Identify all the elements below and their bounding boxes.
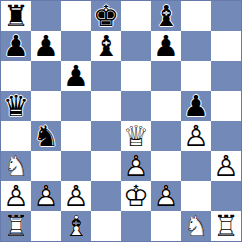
square-b1[interactable] <box>31 211 61 241</box>
piece-black-queen[interactable]: ♛ <box>1 91 31 121</box>
square-g2[interactable] <box>181 181 211 211</box>
piece-black-knight[interactable]: ♞ <box>31 121 61 151</box>
square-h2[interactable] <box>211 181 241 211</box>
piece-white-pawn[interactable]: ♟♙ <box>1 181 31 211</box>
piece-outline: ♘ <box>181 211 211 241</box>
square-g6[interactable] <box>181 61 211 91</box>
piece-fill: ♟ <box>151 181 181 211</box>
piece-fill: ♟ <box>181 121 211 151</box>
square-h1[interactable]: ♜♖ <box>211 211 241 241</box>
square-a4[interactable] <box>1 121 31 151</box>
piece-glyph: ♞ <box>31 121 61 151</box>
square-b4[interactable]: ♞ <box>31 121 61 151</box>
square-g8[interactable] <box>181 1 211 31</box>
square-g5[interactable]: ♟ <box>181 91 211 121</box>
piece-fill: ♟ <box>61 181 91 211</box>
square-d5[interactable] <box>91 91 121 121</box>
piece-black-pawn[interactable]: ♟ <box>31 31 61 61</box>
square-d6[interactable] <box>91 61 121 91</box>
square-d7[interactable]: ♝ <box>91 31 121 61</box>
piece-glyph: ♝ <box>91 31 121 61</box>
square-g4[interactable]: ♟♙ <box>181 121 211 151</box>
square-b5[interactable] <box>31 91 61 121</box>
square-a2[interactable]: ♟♙ <box>1 181 31 211</box>
square-f5[interactable] <box>151 91 181 121</box>
square-b3[interactable] <box>31 151 61 181</box>
piece-glyph: ♚ <box>91 1 121 31</box>
square-c3[interactable] <box>61 151 91 181</box>
square-f2[interactable]: ♟♙ <box>151 181 181 211</box>
piece-white-bishop[interactable]: ♝♗ <box>61 211 91 241</box>
piece-black-rook[interactable]: ♜ <box>1 1 31 31</box>
piece-outline: ♙ <box>211 151 241 181</box>
piece-glyph: ♟ <box>1 31 31 61</box>
square-c1[interactable]: ♝♗ <box>61 211 91 241</box>
piece-outline: ♗ <box>61 211 91 241</box>
piece-black-pawn[interactable]: ♟ <box>1 31 31 61</box>
piece-outline: ♙ <box>181 121 211 151</box>
piece-white-pawn[interactable]: ♟♙ <box>151 181 181 211</box>
piece-glyph: ♜ <box>1 1 31 31</box>
square-a1[interactable]: ♜♖ <box>1 211 31 241</box>
piece-black-king[interactable]: ♚ <box>91 1 121 31</box>
square-e4[interactable]: ♛♕ <box>121 121 151 151</box>
piece-fill: ♜ <box>211 211 241 241</box>
square-b8[interactable] <box>31 1 61 31</box>
square-a5[interactable]: ♛ <box>1 91 31 121</box>
square-d2[interactable] <box>91 181 121 211</box>
piece-glyph: ♛ <box>1 91 31 121</box>
piece-white-knight[interactable]: ♞♘ <box>181 211 211 241</box>
piece-white-pawn[interactable]: ♟♙ <box>31 181 61 211</box>
piece-fill: ♞ <box>1 151 31 181</box>
piece-glyph: ♝ <box>151 1 181 31</box>
square-h3[interactable]: ♟♙ <box>211 151 241 181</box>
square-b2[interactable]: ♟♙ <box>31 181 61 211</box>
square-d8[interactable]: ♚ <box>91 1 121 31</box>
square-f6[interactable] <box>151 61 181 91</box>
piece-fill: ♝ <box>61 211 91 241</box>
piece-fill: ♛ <box>121 121 151 151</box>
piece-outline: ♘ <box>1 151 31 181</box>
square-d1[interactable] <box>91 211 121 241</box>
square-a7[interactable]: ♟ <box>1 31 31 61</box>
square-h7[interactable] <box>211 31 241 61</box>
piece-white-pawn[interactable]: ♟♙ <box>121 151 151 181</box>
piece-outline: ♙ <box>61 181 91 211</box>
square-c4[interactable] <box>61 121 91 151</box>
square-h4[interactable] <box>211 121 241 151</box>
piece-white-king[interactable]: ♚♔ <box>121 181 151 211</box>
square-e6[interactable] <box>121 61 151 91</box>
square-c8[interactable] <box>61 1 91 31</box>
piece-fill: ♟ <box>211 151 241 181</box>
square-d4[interactable] <box>91 121 121 151</box>
piece-outline: ♙ <box>151 181 181 211</box>
piece-white-rook[interactable]: ♜♖ <box>1 211 31 241</box>
piece-white-rook[interactable]: ♜♖ <box>211 211 241 241</box>
piece-black-pawn[interactable]: ♟ <box>61 61 91 91</box>
piece-white-pawn[interactable]: ♟♙ <box>61 181 91 211</box>
piece-fill: ♟ <box>31 181 61 211</box>
square-e5[interactable] <box>121 91 151 121</box>
piece-white-pawn[interactable]: ♟♙ <box>211 151 241 181</box>
piece-black-pawn[interactable]: ♟ <box>151 31 181 61</box>
piece-black-bishop[interactable]: ♝ <box>91 31 121 61</box>
square-e2[interactable]: ♚♔ <box>121 181 151 211</box>
piece-fill: ♟ <box>121 151 151 181</box>
chess-board: ♜♚♝♟♟♝♟♟♛♟♞♛♕♟♙♞♘♟♙♟♙♟♙♟♙♟♙♚♔♟♙♜♖♝♗♞♘♜♖ <box>0 0 242 242</box>
square-h8[interactable] <box>211 1 241 31</box>
piece-white-pawn[interactable]: ♟♙ <box>181 121 211 151</box>
piece-black-pawn[interactable]: ♟ <box>181 91 211 121</box>
square-f7[interactable]: ♟ <box>151 31 181 61</box>
piece-glyph: ♟ <box>151 31 181 61</box>
square-e8[interactable] <box>121 1 151 31</box>
square-h6[interactable] <box>211 61 241 91</box>
square-c5[interactable] <box>61 91 91 121</box>
square-d3[interactable] <box>91 151 121 181</box>
square-a3[interactable]: ♞♘ <box>1 151 31 181</box>
piece-outline: ♙ <box>31 181 61 211</box>
piece-outline: ♖ <box>1 211 31 241</box>
square-f4[interactable] <box>151 121 181 151</box>
square-g1[interactable]: ♞♘ <box>181 211 211 241</box>
piece-fill: ♜ <box>1 211 31 241</box>
piece-outline: ♙ <box>121 151 151 181</box>
square-a6[interactable] <box>1 61 31 91</box>
piece-fill: ♚ <box>121 181 151 211</box>
piece-fill: ♟ <box>1 181 31 211</box>
square-e1[interactable] <box>121 211 151 241</box>
square-e7[interactable] <box>121 31 151 61</box>
square-g7[interactable] <box>181 31 211 61</box>
square-c2[interactable]: ♟♙ <box>61 181 91 211</box>
square-b6[interactable] <box>31 61 61 91</box>
piece-glyph: ♟ <box>61 61 91 91</box>
square-f3[interactable] <box>151 151 181 181</box>
square-g3[interactable] <box>181 151 211 181</box>
square-a8[interactable]: ♜ <box>1 1 31 31</box>
piece-outline: ♔ <box>121 181 151 211</box>
piece-glyph: ♟ <box>31 31 61 61</box>
piece-black-bishop[interactable]: ♝ <box>151 1 181 31</box>
piece-white-queen[interactable]: ♛♕ <box>121 121 151 151</box>
piece-outline: ♕ <box>121 121 151 151</box>
square-e3[interactable]: ♟♙ <box>121 151 151 181</box>
piece-outline: ♙ <box>1 181 31 211</box>
square-h5[interactable] <box>211 91 241 121</box>
piece-fill: ♞ <box>181 211 211 241</box>
square-c6[interactable]: ♟ <box>61 61 91 91</box>
piece-glyph: ♟ <box>181 91 211 121</box>
square-f1[interactable] <box>151 211 181 241</box>
square-f8[interactable]: ♝ <box>151 1 181 31</box>
piece-outline: ♖ <box>211 211 241 241</box>
piece-white-knight[interactable]: ♞♘ <box>1 151 31 181</box>
square-b7[interactable]: ♟ <box>31 31 61 61</box>
square-c7[interactable] <box>61 31 91 61</box>
